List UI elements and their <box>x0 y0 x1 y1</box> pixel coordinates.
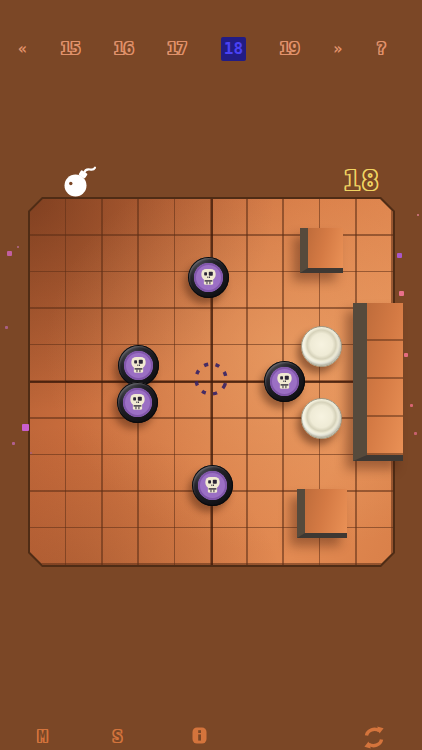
pixel-particle <box>410 404 413 407</box>
restart-icon <box>362 726 386 749</box>
cube-block <box>297 489 347 538</box>
skull-disc-face <box>123 388 152 417</box>
restart-button[interactable] <box>362 726 386 750</box>
level-17-button[interactable]: 17 <box>168 38 187 60</box>
skull-face <box>274 371 295 392</box>
help-button[interactable]: ? <box>376 38 386 60</box>
pieces-layer <box>30 199 393 565</box>
skull-disc-face <box>198 471 227 500</box>
level-18-button-selected[interactable]: 18 <box>221 37 246 61</box>
pixel-particle <box>12 442 15 445</box>
pixel-particle <box>414 432 417 435</box>
pixel-particle <box>30 452 32 454</box>
game-screen: « 15 16 17 18 19 » ? 18 <box>0 0 422 750</box>
info-button[interactable] <box>192 727 207 748</box>
pixel-particle <box>399 291 404 296</box>
pixel-particle <box>404 353 408 357</box>
cup-piece <box>301 398 342 439</box>
skull-face <box>202 475 223 496</box>
pixel-particle <box>397 253 402 258</box>
level-nav: « 15 16 17 18 19 » ? <box>0 36 422 62</box>
cube-block <box>300 228 343 273</box>
level-badge: 18 <box>332 165 392 196</box>
info-icon <box>192 727 207 744</box>
skull-disc[interactable] <box>118 345 159 386</box>
prev-level-button[interactable]: « <box>18 40 27 58</box>
level-15-button[interactable]: 15 <box>61 38 80 60</box>
level-16-button[interactable]: 16 <box>114 38 133 60</box>
s-button[interactable]: S <box>113 728 122 746</box>
pixel-particle <box>417 214 419 216</box>
skull-disc[interactable] <box>192 465 233 506</box>
skull-disc[interactable] <box>264 361 305 402</box>
skull-face <box>198 267 219 288</box>
bottom-bar: M S <box>0 725 422 750</box>
target-marker <box>190 358 232 400</box>
skull-disc-face <box>194 263 223 292</box>
cup-piece <box>301 326 342 367</box>
pixel-particle <box>7 251 12 256</box>
skull-face <box>128 355 149 376</box>
skull-disc-face <box>270 367 299 396</box>
skull-disc-face <box>124 351 153 380</box>
pixel-particle <box>22 424 29 431</box>
pixel-particle <box>17 246 19 248</box>
level-19-button[interactable]: 19 <box>280 38 299 60</box>
skull-disc[interactable] <box>117 382 158 423</box>
pixel-particle <box>5 326 8 329</box>
skull-face <box>127 392 148 413</box>
next-level-button[interactable]: » <box>333 40 342 58</box>
skull-disc[interactable] <box>188 257 229 298</box>
m-button[interactable]: M <box>38 728 47 746</box>
cube-block <box>353 303 403 461</box>
